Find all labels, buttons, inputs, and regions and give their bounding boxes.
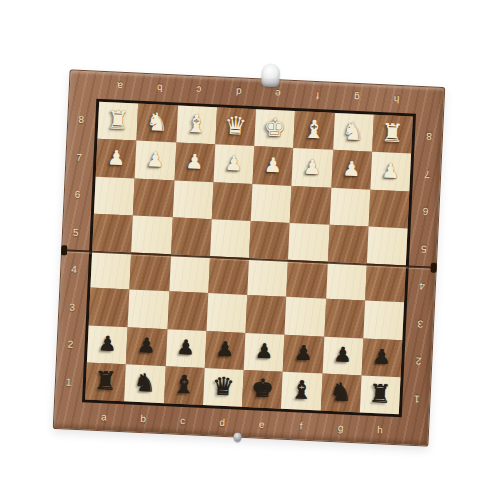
- square-d4: [208, 256, 249, 295]
- piece-black-pawn: ♟: [294, 342, 313, 363]
- coordinate-label-4: 4: [62, 250, 86, 288]
- square-b4: [130, 252, 171, 291]
- piece-white-pawn: ♟: [224, 153, 243, 174]
- square-g6: [329, 187, 370, 226]
- piece-white-pawn: ♟: [107, 147, 126, 168]
- coordinate-label-b: b: [139, 78, 179, 100]
- piece-black-knight: ♞: [133, 370, 157, 396]
- coordinate-label-8: 8: [417, 117, 441, 155]
- chess-board: ♜♞♝♛♚♝♞♜♟♟♟♟♟♟♟♟♟♟♟♟♟♟♟♟♜♞♝♛♚♝♞♜ abcdefg…: [53, 69, 446, 446]
- square-d3: [206, 293, 247, 332]
- coordinate-label-6: 6: [414, 192, 438, 230]
- square-d1: ♛: [203, 368, 244, 407]
- coordinate-label-d: d: [218, 81, 258, 103]
- square-c4: [169, 254, 210, 293]
- square-g5: [327, 224, 368, 263]
- square-h8: ♜: [372, 115, 413, 154]
- coordinate-label-2: 2: [406, 342, 430, 380]
- coordinate-label-5: 5: [64, 213, 88, 251]
- piece-white-pawn: ♟: [185, 151, 204, 172]
- square-a2: ♟: [87, 325, 128, 364]
- square-f6: [290, 185, 331, 224]
- square-b8: ♞: [137, 104, 178, 143]
- coordinate-label-1: 1: [57, 363, 81, 401]
- square-h1: ♜: [360, 375, 401, 414]
- hinge-notch-right: [431, 263, 437, 273]
- piece-white-knight: ♞: [145, 109, 169, 135]
- coordinate-label-1: 1: [405, 379, 429, 417]
- square-g8: ♞: [333, 113, 374, 152]
- square-b5: [131, 215, 172, 254]
- coordinate-label-c: c: [163, 409, 203, 431]
- square-b3: [128, 290, 169, 329]
- square-e7: ♟: [253, 146, 294, 185]
- piece-black-queen: ♛: [212, 373, 236, 399]
- square-f5: [288, 223, 329, 262]
- square-d8: ♛: [215, 107, 256, 146]
- piece-black-pawn: ♟: [137, 335, 156, 356]
- coordinate-label-c: c: [178, 80, 218, 102]
- hinge-pin-icon: [233, 432, 241, 441]
- square-h2: ♟: [361, 338, 402, 377]
- square-f2: ♟: [283, 334, 324, 373]
- coordinate-label-e: e: [242, 413, 282, 435]
- product-photo: ♜♞♝♛♚♝♞♜♟♟♟♟♟♟♟♟♟♟♟♟♟♟♟♟♜♞♝♛♚♝♞♜ abcdefg…: [0, 0, 500, 500]
- piece-black-knight: ♞: [329, 379, 353, 405]
- coordinate-label-h: h: [376, 89, 416, 111]
- coordinate-label-7: 7: [68, 138, 92, 176]
- square-c7: ♟: [174, 143, 215, 182]
- piece-black-pawn: ♟: [98, 333, 117, 354]
- square-c2: ♟: [165, 329, 206, 368]
- square-e1: ♚: [242, 370, 283, 409]
- coordinate-label-g: g: [321, 417, 361, 439]
- square-d5: [210, 219, 251, 258]
- square-h7: ♟: [370, 152, 411, 191]
- square-a7: ♟: [96, 139, 137, 178]
- coordinate-label-f: f: [281, 415, 321, 437]
- square-e6: [251, 184, 292, 223]
- clasp-knob-icon: [261, 63, 280, 87]
- coordinate-label-h: h: [360, 418, 400, 440]
- square-b1: ♞: [124, 364, 165, 403]
- square-c8: ♝: [176, 105, 217, 144]
- piece-white-queen: ♛: [224, 113, 248, 139]
- piece-white-rook: ♜: [381, 120, 405, 146]
- square-f7: ♟: [292, 148, 333, 187]
- coordinate-label-7: 7: [415, 154, 439, 192]
- square-e8: ♚: [254, 109, 295, 148]
- square-b6: [133, 178, 174, 217]
- piece-black-king: ♚: [251, 375, 275, 401]
- square-f8: ♝: [293, 111, 334, 150]
- coordinate-label-4: 4: [410, 267, 434, 305]
- piece-white-knight: ♞: [341, 118, 365, 144]
- piece-black-bishop: ♝: [172, 371, 196, 397]
- square-e4: [247, 258, 288, 297]
- piece-white-pawn: ♟: [303, 156, 322, 177]
- square-a3: [89, 288, 130, 327]
- coordinate-label-f: f: [297, 85, 337, 107]
- square-h3: [363, 301, 404, 340]
- hinge-notch-left: [61, 245, 67, 255]
- coordinate-label-a: a: [99, 76, 139, 98]
- piece-white-pawn: ♟: [264, 154, 283, 175]
- square-g2: ♟: [322, 336, 363, 375]
- piece-white-pawn: ♟: [381, 160, 400, 181]
- square-g7: ♟: [331, 150, 372, 189]
- coordinate-label-3: 3: [61, 288, 85, 326]
- square-a1: ♜: [85, 362, 126, 401]
- square-c3: [167, 292, 208, 331]
- piece-black-pawn: ♟: [176, 337, 195, 358]
- square-d2: ♟: [205, 331, 246, 370]
- coordinate-label-g: g: [336, 87, 376, 109]
- piece-black-pawn: ♟: [255, 341, 274, 362]
- coordinate-label-6: 6: [66, 175, 90, 213]
- square-f4: [286, 260, 327, 299]
- square-h5: [367, 226, 408, 265]
- square-f1: ♝: [281, 371, 322, 410]
- square-d7: ♟: [213, 145, 254, 184]
- piece-black-pawn: ♟: [372, 346, 391, 367]
- piece-black-bishop: ♝: [290, 377, 314, 403]
- square-f3: [285, 297, 326, 336]
- piece-white-pawn: ♟: [146, 149, 165, 170]
- coordinate-label-a: a: [84, 405, 124, 427]
- square-e2: ♟: [244, 332, 285, 371]
- coordinate-label-b: b: [123, 407, 163, 429]
- piece-white-bishop: ♝: [302, 117, 326, 143]
- square-e5: [249, 221, 290, 260]
- piece-black-pawn: ♟: [216, 339, 235, 360]
- square-h4: [365, 264, 406, 303]
- square-a8: ♜: [97, 102, 138, 141]
- coordinate-label-2: 2: [59, 325, 83, 363]
- piece-white-rook: ♜: [106, 107, 130, 133]
- coordinate-label-e: e: [257, 83, 297, 105]
- square-c5: [171, 217, 212, 256]
- square-e3: [245, 295, 286, 334]
- coordinate-label-3: 3: [408, 304, 432, 342]
- square-d6: [212, 182, 253, 221]
- piece-black-pawn: ♟: [333, 344, 352, 365]
- piece-black-rook: ♜: [94, 368, 118, 394]
- coordinate-label-d: d: [202, 411, 242, 433]
- square-g3: [324, 299, 365, 338]
- piece-white-pawn: ♟: [342, 158, 361, 179]
- square-a4: [90, 251, 131, 290]
- piece-black-rook: ♜: [368, 381, 392, 407]
- square-b2: ♟: [126, 327, 167, 366]
- square-g4: [326, 262, 367, 301]
- coordinate-label-8: 8: [69, 100, 93, 138]
- square-h6: [368, 189, 409, 228]
- square-c1: ♝: [164, 366, 205, 405]
- square-a5: [92, 213, 133, 252]
- square-b7: ♟: [135, 141, 176, 180]
- piece-white-bishop: ♝: [185, 111, 209, 137]
- square-g1: ♞: [320, 373, 361, 412]
- square-a6: [94, 176, 135, 215]
- piece-white-king: ♚: [263, 115, 287, 141]
- square-c6: [172, 180, 213, 219]
